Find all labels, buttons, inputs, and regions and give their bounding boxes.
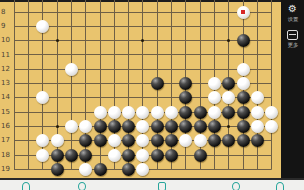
board-point-14-17[interactable] xyxy=(193,134,207,148)
board-point-4-12[interactable] xyxy=(50,62,64,76)
board-point-7-19[interactable] xyxy=(93,162,107,176)
board-point-9-10[interactable] xyxy=(122,34,136,48)
board-point-10-13[interactable] xyxy=(136,76,150,90)
board-point-5-13[interactable] xyxy=(64,76,78,90)
board-point-8-14[interactable] xyxy=(107,91,121,105)
black-stone xyxy=(79,149,92,162)
board-point-13-15[interactable] xyxy=(179,105,193,119)
board-point-13-16[interactable] xyxy=(179,119,193,133)
board-point-18-12[interactable] xyxy=(250,62,264,76)
board-point-9-14[interactable] xyxy=(122,91,136,105)
board-point-11-17[interactable] xyxy=(150,134,164,148)
board-point-13-11[interactable] xyxy=(179,48,193,62)
board-point-19-19[interactable] xyxy=(264,162,278,176)
board-point-14-18[interactable] xyxy=(193,148,207,162)
board-point-16-12[interactable] xyxy=(222,62,236,76)
board-point-19-14[interactable] xyxy=(264,91,278,105)
board-point-19-10[interactable] xyxy=(264,34,278,48)
black-stone xyxy=(237,134,250,147)
board-point-16-16[interactable] xyxy=(222,119,236,133)
board-point-14-15[interactable] xyxy=(193,105,207,119)
board-point-4-10[interactable] xyxy=(50,34,64,48)
board-point-17-17[interactable] xyxy=(236,134,250,148)
board-point-19-12[interactable] xyxy=(264,62,278,76)
board-point-19-16[interactable] xyxy=(264,119,278,133)
board-point-16-14[interactable] xyxy=(222,91,236,105)
board-point-11-18[interactable] xyxy=(150,148,164,162)
white-stone xyxy=(237,63,250,76)
toolbar-icon-1[interactable] xyxy=(22,182,30,190)
white-stone xyxy=(136,120,149,133)
board-point-6-8[interactable] xyxy=(79,5,93,19)
board-point-8-17[interactable] xyxy=(107,134,121,148)
toolbar-icon-5[interactable] xyxy=(276,182,284,190)
board-point-18-16[interactable] xyxy=(250,119,264,133)
white-stone xyxy=(237,77,250,90)
board-point-3-15[interactable] xyxy=(36,105,50,119)
board-point-10-10[interactable] xyxy=(136,34,150,48)
board-point-18-15[interactable] xyxy=(250,105,264,119)
board-point-6-10[interactable] xyxy=(79,34,93,48)
board-point-14-11[interactable] xyxy=(193,48,207,62)
board-point-10-17[interactable] xyxy=(136,134,150,148)
board-point-11-15[interactable] xyxy=(150,105,164,119)
board-point-2-18[interactable] xyxy=(21,148,35,162)
toolbar-icon-3[interactable] xyxy=(158,182,166,190)
board-point-16-15[interactable] xyxy=(222,105,236,119)
board-point-18-17[interactable] xyxy=(250,134,264,148)
board-point-4-8[interactable] xyxy=(50,5,64,19)
board-point-1-9[interactable] xyxy=(7,19,21,33)
black-stone xyxy=(194,149,207,162)
board-point-3-11[interactable] xyxy=(36,48,50,62)
white-stone xyxy=(108,134,121,147)
board-point-19-8[interactable] xyxy=(264,5,278,19)
black-stone xyxy=(237,34,250,47)
board-point-12-17[interactable] xyxy=(164,134,178,148)
board-point-18-13[interactable] xyxy=(250,76,264,90)
board-point-10-9[interactable] xyxy=(136,19,150,33)
board-point-4-18[interactable] xyxy=(50,148,64,162)
board-point-7-14[interactable] xyxy=(93,91,107,105)
row-label-10: 10 xyxy=(1,36,10,45)
board-point-12-19[interactable] xyxy=(164,162,178,176)
board-point-2-17[interactable] xyxy=(21,134,35,148)
black-stone xyxy=(151,149,164,162)
board-point-4-15[interactable] xyxy=(50,105,64,119)
board-point-17-13[interactable] xyxy=(236,76,250,90)
board-point-3-17[interactable] xyxy=(36,134,50,148)
more-icon xyxy=(287,30,298,40)
row-label-11: 11 xyxy=(1,51,10,60)
board-point-19-17[interactable] xyxy=(264,134,278,148)
board-point-7-13[interactable] xyxy=(93,76,107,90)
board-point-3-18[interactable] xyxy=(36,148,50,162)
row-label-15: 15 xyxy=(1,108,10,117)
board-point-11-16[interactable] xyxy=(150,119,164,133)
board-point-12-14[interactable] xyxy=(164,91,178,105)
board-point-18-18[interactable] xyxy=(250,148,264,162)
star-point xyxy=(56,39,59,42)
board-point-14-9[interactable] xyxy=(193,19,207,33)
board-point-14-8[interactable] xyxy=(193,5,207,19)
board-point-5-12[interactable] xyxy=(64,62,78,76)
board-point-7-17[interactable] xyxy=(93,134,107,148)
board-point-9-11[interactable] xyxy=(122,48,136,62)
board-point-5-11[interactable] xyxy=(64,48,78,62)
white-stone xyxy=(251,120,264,133)
black-stone xyxy=(194,106,207,119)
board-point-15-12[interactable] xyxy=(207,62,221,76)
board-point-17-14[interactable] xyxy=(236,91,250,105)
black-stone xyxy=(94,120,107,133)
black-stone xyxy=(122,120,135,133)
bottom-toolbar xyxy=(0,180,304,190)
board-point-15-18[interactable] xyxy=(207,148,221,162)
board-point-14-16[interactable] xyxy=(193,119,207,133)
board-point-10-12[interactable] xyxy=(136,62,150,76)
board-point-19-9[interactable] xyxy=(264,19,278,33)
board-point-4-13[interactable] xyxy=(50,76,64,90)
board-point-17-16[interactable] xyxy=(236,119,250,133)
star-point xyxy=(227,39,230,42)
row-label-18: 18 xyxy=(1,151,10,160)
board-point-5-18[interactable] xyxy=(64,148,78,162)
board-point-15-10[interactable] xyxy=(207,34,221,48)
right-sidebar: ⚙ 设置 更多 xyxy=(281,0,304,178)
board-point-7-9[interactable] xyxy=(93,19,107,33)
white-stone xyxy=(165,106,178,119)
board-point-12-8[interactable] xyxy=(164,5,178,19)
board-point-17-11[interactable] xyxy=(236,48,250,62)
white-stone xyxy=(122,106,135,119)
board-point-19-15[interactable] xyxy=(264,105,278,119)
white-stone xyxy=(36,134,49,147)
white-stone xyxy=(136,163,149,176)
black-stone xyxy=(65,149,78,162)
board-point-14-13[interactable] xyxy=(193,76,207,90)
board-point-13-19[interactable] xyxy=(179,162,193,176)
board-point-2-11[interactable] xyxy=(21,48,35,62)
board-point-2-8[interactable] xyxy=(21,5,35,19)
board-point-13-10[interactable] xyxy=(179,34,193,48)
board-point-17-15[interactable] xyxy=(236,105,250,119)
board-point-11-14[interactable] xyxy=(150,91,164,105)
white-stone xyxy=(79,120,92,133)
board-point-19-11[interactable] xyxy=(264,48,278,62)
board-point-6-12[interactable] xyxy=(79,62,93,76)
board-point-11-12[interactable] xyxy=(150,62,164,76)
board-point-4-19[interactable] xyxy=(50,162,64,176)
board-point-5-16[interactable] xyxy=(64,119,78,133)
board-point-7-11[interactable] xyxy=(93,48,107,62)
board-point-12-15[interactable] xyxy=(164,105,178,119)
white-stone xyxy=(65,63,78,76)
board-point-16-13[interactable] xyxy=(222,76,236,90)
board-point-12-16[interactable] xyxy=(164,119,178,133)
white-stone xyxy=(222,91,235,104)
black-stone xyxy=(237,106,250,119)
white-stone xyxy=(251,106,264,119)
black-stone xyxy=(51,149,64,162)
board-point-12-18[interactable] xyxy=(164,148,178,162)
settings-label: 设置 xyxy=(287,15,298,21)
board-point-4-16[interactable] xyxy=(50,119,64,133)
black-stone xyxy=(151,134,164,147)
board-point-11-13[interactable] xyxy=(150,76,164,90)
board-point-13-12[interactable] xyxy=(179,62,193,76)
board-point-12-11[interactable] xyxy=(164,48,178,62)
board-point-15-14[interactable] xyxy=(207,91,221,105)
board-point-18-10[interactable] xyxy=(250,34,264,48)
board-point-18-11[interactable] xyxy=(250,48,264,62)
white-stone xyxy=(208,106,221,119)
board-point-17-18[interactable] xyxy=(236,148,250,162)
black-stone xyxy=(194,120,207,133)
star-point xyxy=(56,125,59,128)
board-point-12-10[interactable] xyxy=(164,34,178,48)
board-point-17-9[interactable] xyxy=(236,19,250,33)
board-point-18-9[interactable] xyxy=(250,19,264,33)
board-point-13-18[interactable] xyxy=(179,148,193,162)
board-point-4-9[interactable] xyxy=(50,19,64,33)
board-point-5-19[interactable] xyxy=(64,162,78,176)
board-point-16-9[interactable] xyxy=(222,19,236,33)
board-point-16-10[interactable] xyxy=(222,34,236,48)
board-point-18-8[interactable] xyxy=(250,5,264,19)
board-point-17-12[interactable] xyxy=(236,62,250,76)
board-point-4-14[interactable] xyxy=(50,91,64,105)
board-point-8-19[interactable] xyxy=(107,162,121,176)
board-point-9-12[interactable] xyxy=(122,62,136,76)
black-stone xyxy=(51,163,64,176)
board-point-15-15[interactable] xyxy=(207,105,221,119)
board-point-7-10[interactable] xyxy=(93,34,107,48)
board-point-8-8[interactable] xyxy=(107,5,121,19)
settings-button[interactable]: ⚙ 设置 xyxy=(287,4,299,22)
board-point-7-8[interactable] xyxy=(93,5,107,19)
white-stone xyxy=(208,77,221,90)
board-point-11-8[interactable] xyxy=(150,5,164,19)
board-point-8-13[interactable] xyxy=(107,76,121,90)
board-point-5-10[interactable] xyxy=(64,34,78,48)
board-point-8-15[interactable] xyxy=(107,105,121,119)
white-stone xyxy=(251,91,264,104)
board-point-11-19[interactable] xyxy=(150,162,164,176)
board-point-13-8[interactable] xyxy=(179,5,193,19)
board-point-8-10[interactable] xyxy=(107,34,121,48)
black-stone xyxy=(94,163,107,176)
board-point-12-13[interactable] xyxy=(164,76,178,90)
board-point-11-10[interactable] xyxy=(150,34,164,48)
board-point-17-19[interactable] xyxy=(236,162,250,176)
white-stone xyxy=(265,106,278,119)
board-point-15-16[interactable] xyxy=(207,119,221,133)
board-point-6-9[interactable] xyxy=(79,19,93,33)
board-point-6-15[interactable] xyxy=(79,105,93,119)
board-point-3-14[interactable] xyxy=(36,91,50,105)
board-point-16-19[interactable] xyxy=(222,162,236,176)
board-point-10-19[interactable] xyxy=(136,162,150,176)
white-stone xyxy=(208,91,221,104)
board-point-5-17[interactable] xyxy=(64,134,78,148)
board-point-16-8[interactable] xyxy=(222,5,236,19)
row-label-16: 16 xyxy=(1,122,10,131)
board-point-7-12[interactable] xyxy=(93,62,107,76)
white-stone xyxy=(51,134,64,147)
board-point-17-10[interactable] xyxy=(236,34,250,48)
board-point-16-11[interactable] xyxy=(222,48,236,62)
row-label-17: 17 xyxy=(1,136,10,145)
board-point-2-12[interactable] xyxy=(21,62,35,76)
board-point-15-17[interactable] xyxy=(207,134,221,148)
board-point-9-16[interactable] xyxy=(122,119,136,133)
board-point-7-15[interactable] xyxy=(93,105,107,119)
board-point-13-9[interactable] xyxy=(179,19,193,33)
board-point-7-16[interactable] xyxy=(93,119,107,133)
board-point-10-11[interactable] xyxy=(136,48,150,62)
board-point-6-11[interactable] xyxy=(79,48,93,62)
board-point-13-17[interactable] xyxy=(179,134,193,148)
board-point-16-18[interactable] xyxy=(222,148,236,162)
board-point-9-9[interactable] xyxy=(122,19,136,33)
board-point-12-12[interactable] xyxy=(164,62,178,76)
white-stone xyxy=(36,20,49,33)
black-stone xyxy=(222,134,235,147)
board-point-15-13[interactable] xyxy=(207,76,221,90)
board-point-3-9[interactable] xyxy=(36,19,50,33)
board-point-13-14[interactable] xyxy=(179,91,193,105)
board-point-18-19[interactable] xyxy=(250,162,264,176)
board-point-14-19[interactable] xyxy=(193,162,207,176)
black-stone xyxy=(237,120,250,133)
board-point-4-11[interactable] xyxy=(50,48,64,62)
board-point-6-18[interactable] xyxy=(79,148,93,162)
more-button[interactable]: 更多 xyxy=(287,30,299,48)
board-point-6-13[interactable] xyxy=(79,76,93,90)
row-label-9: 9 xyxy=(1,22,5,31)
black-stone xyxy=(208,120,221,133)
board-point-6-17[interactable] xyxy=(79,134,93,148)
board-point-1-8[interactable] xyxy=(7,5,21,19)
board-point-2-14[interactable] xyxy=(21,91,35,105)
board-point-2-9[interactable] xyxy=(21,19,35,33)
board-point-17-8[interactable] xyxy=(236,5,250,19)
board-point-9-8[interactable] xyxy=(122,5,136,19)
board-point-10-14[interactable] xyxy=(136,91,150,105)
board-point-14-10[interactable] xyxy=(193,34,207,48)
board-point-9-18[interactable] xyxy=(122,148,136,162)
board-point-11-11[interactable] xyxy=(150,48,164,62)
board-point-3-10[interactable] xyxy=(36,34,50,48)
board-point-9-17[interactable] xyxy=(122,134,136,148)
board-point-5-8[interactable] xyxy=(64,5,78,19)
board-point-9-19[interactable] xyxy=(122,162,136,176)
board-point-11-9[interactable] xyxy=(150,19,164,33)
gear-icon: ⚙ xyxy=(288,4,297,14)
board-point-19-18[interactable] xyxy=(264,148,278,162)
board-point-12-9[interactable] xyxy=(164,19,178,33)
white-stone xyxy=(136,106,149,119)
board-point-6-16[interactable] xyxy=(79,119,93,133)
row-label-19: 19 xyxy=(1,165,10,174)
board-point-2-19[interactable] xyxy=(21,162,35,176)
board-point-14-14[interactable] xyxy=(193,91,207,105)
board-point-9-13[interactable] xyxy=(122,76,136,90)
board-point-5-9[interactable] xyxy=(64,19,78,33)
more-label: 更多 xyxy=(287,41,298,47)
board-point-3-13[interactable] xyxy=(36,76,50,90)
toolbar-icon-2[interactable] xyxy=(78,182,86,190)
go-board[interactable] xyxy=(7,0,279,177)
board-point-4-17[interactable] xyxy=(50,134,64,148)
white-stone xyxy=(179,134,192,147)
board-point-10-18[interactable] xyxy=(136,148,150,162)
board-point-15-8[interactable] xyxy=(207,5,221,19)
board-point-5-14[interactable] xyxy=(64,91,78,105)
black-stone xyxy=(122,134,135,147)
black-stone xyxy=(122,149,135,162)
white-stone xyxy=(108,106,121,119)
board-point-3-8[interactable] xyxy=(36,5,50,19)
board-point-15-11[interactable] xyxy=(207,48,221,62)
board-point-3-16[interactable] xyxy=(36,119,50,133)
black-stone xyxy=(251,134,264,147)
last-move-marker xyxy=(241,10,246,15)
black-stone xyxy=(222,77,235,90)
board-point-15-9[interactable] xyxy=(207,19,221,33)
board-point-6-19[interactable] xyxy=(79,162,93,176)
white-stone xyxy=(265,120,278,133)
board-point-6-14[interactable] xyxy=(79,91,93,105)
board-point-8-12[interactable] xyxy=(107,62,121,76)
board-point-8-9[interactable] xyxy=(107,19,121,33)
black-stone xyxy=(165,149,178,162)
white-stone xyxy=(65,120,78,133)
board-point-3-19[interactable] xyxy=(36,162,50,176)
board-point-9-15[interactable] xyxy=(122,105,136,119)
toolbar-icon-4[interactable] xyxy=(232,182,240,190)
board-point-8-11[interactable] xyxy=(107,48,121,62)
board-point-19-13[interactable] xyxy=(264,76,278,90)
board-point-2-10[interactable] xyxy=(21,34,35,48)
board-point-10-15[interactable] xyxy=(136,105,150,119)
board-point-16-17[interactable] xyxy=(222,134,236,148)
board-point-2-15[interactable] xyxy=(21,105,35,119)
board-point-8-18[interactable] xyxy=(107,148,121,162)
black-stone xyxy=(122,163,135,176)
black-stone xyxy=(179,106,192,119)
black-stone xyxy=(165,120,178,133)
board-point-18-14[interactable] xyxy=(250,91,264,105)
board-point-15-19[interactable] xyxy=(207,162,221,176)
board-point-2-13[interactable] xyxy=(21,76,35,90)
board-point-14-12[interactable] xyxy=(193,62,207,76)
board-point-5-15[interactable] xyxy=(64,105,78,119)
row-label-8: 8 xyxy=(1,8,5,17)
board-point-10-16[interactable] xyxy=(136,119,150,133)
board-point-2-16[interactable] xyxy=(21,119,35,133)
black-stone xyxy=(165,134,178,147)
board-point-7-18[interactable] xyxy=(93,148,107,162)
board-point-13-13[interactable] xyxy=(179,76,193,90)
black-stone xyxy=(94,134,107,147)
board-point-8-16[interactable] xyxy=(107,119,121,133)
board-point-3-12[interactable] xyxy=(36,62,50,76)
black-stone xyxy=(108,120,121,133)
white-stone xyxy=(94,106,107,119)
board-point-10-8[interactable] xyxy=(136,5,150,19)
